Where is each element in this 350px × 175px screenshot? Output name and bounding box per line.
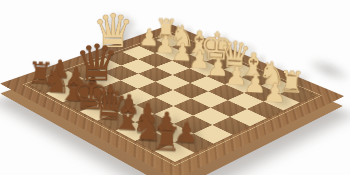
chess-set-product-photo: ♜♞♝♚♛♝♞♜♟♟♟♟♟♟♟♟♟♟♟♟♟♟♟♟♜♞♝♚♛♝♞♜ ♛ ♛ [0,0,350,175]
chess-board: ♜♞♝♚♛♝♞♜♟♟♟♟♟♟♟♟♟♟♟♟♟♟♟♟♜♞♝♚♛♝♞♜ [0,24,344,175]
piece-white-pawn-a2[interactable]: ♟ [263,79,287,106]
extra-rosewood-queen[interactable]: ♛ [75,38,120,88]
piece-black-rook-a8[interactable]: ♜ [152,122,183,156]
